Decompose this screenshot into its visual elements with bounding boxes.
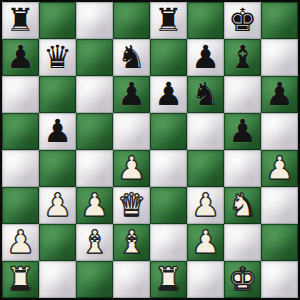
- square-h4[interactable]: ♟: [261, 150, 298, 187]
- piece-black-pawn[interactable]: ♟: [154, 76, 183, 113]
- square-a4[interactable]: [2, 150, 39, 187]
- piece-black-pawn[interactable]: ♟: [6, 39, 35, 76]
- square-g2[interactable]: [224, 224, 261, 261]
- square-b2[interactable]: [39, 224, 76, 261]
- square-g5[interactable]: ♟: [224, 113, 261, 150]
- square-f3[interactable]: ♟: [187, 187, 224, 224]
- square-c6[interactable]: [76, 76, 113, 113]
- piece-black-pawn[interactable]: ♟: [43, 113, 72, 150]
- square-c4[interactable]: [76, 150, 113, 187]
- piece-white-bishop[interactable]: ♝: [117, 224, 146, 261]
- piece-black-rook[interactable]: ♜: [6, 2, 35, 39]
- board-frame: ♜♜♚♟♛♞♟♝♟♟♞♟♟♟♟♟♟♟♛♟♞♟♝♝♟♜♜♚: [0, 0, 300, 300]
- square-g3[interactable]: ♞: [224, 187, 261, 224]
- square-f5[interactable]: [187, 113, 224, 150]
- square-c1[interactable]: [76, 261, 113, 298]
- square-c2[interactable]: ♝: [76, 224, 113, 261]
- square-f8[interactable]: [187, 2, 224, 39]
- square-g6[interactable]: [224, 76, 261, 113]
- square-g4[interactable]: [224, 150, 261, 187]
- piece-white-pawn[interactable]: ♟: [117, 150, 146, 187]
- square-b1[interactable]: [39, 261, 76, 298]
- square-c5[interactable]: [76, 113, 113, 150]
- square-d6[interactable]: ♟: [113, 76, 150, 113]
- square-b8[interactable]: [39, 2, 76, 39]
- piece-white-bishop[interactable]: ♝: [80, 224, 109, 261]
- square-d2[interactable]: ♝: [113, 224, 150, 261]
- piece-white-queen[interactable]: ♛: [117, 187, 146, 224]
- square-a7[interactable]: ♟: [2, 39, 39, 76]
- square-e7[interactable]: [150, 39, 187, 76]
- square-c8[interactable]: [76, 2, 113, 39]
- square-e8[interactable]: ♜: [150, 2, 187, 39]
- square-h8[interactable]: [261, 2, 298, 39]
- square-c3[interactable]: ♟: [76, 187, 113, 224]
- square-e1[interactable]: ♜: [150, 261, 187, 298]
- piece-white-king[interactable]: ♚: [228, 261, 257, 298]
- piece-white-pawn[interactable]: ♟: [80, 187, 109, 224]
- piece-white-rook[interactable]: ♜: [6, 261, 35, 298]
- square-b5[interactable]: ♟: [39, 113, 76, 150]
- square-e4[interactable]: [150, 150, 187, 187]
- square-f1[interactable]: [187, 261, 224, 298]
- piece-black-bishop[interactable]: ♝: [228, 39, 257, 76]
- piece-black-pawn[interactable]: ♟: [228, 113, 257, 150]
- square-e5[interactable]: [150, 113, 187, 150]
- chess-board: ♜♜♚♟♛♞♟♝♟♟♞♟♟♟♟♟♟♟♛♟♞♟♝♝♟♜♜♚: [2, 2, 298, 298]
- piece-black-king[interactable]: ♚: [228, 2, 257, 39]
- square-d5[interactable]: [113, 113, 150, 150]
- piece-white-knight[interactable]: ♞: [228, 187, 257, 224]
- square-a3[interactable]: [2, 187, 39, 224]
- square-b3[interactable]: ♟: [39, 187, 76, 224]
- square-d1[interactable]: [113, 261, 150, 298]
- square-g8[interactable]: ♚: [224, 2, 261, 39]
- square-a6[interactable]: [2, 76, 39, 113]
- square-e6[interactable]: ♟: [150, 76, 187, 113]
- square-b7[interactable]: ♛: [39, 39, 76, 76]
- square-d8[interactable]: [113, 2, 150, 39]
- piece-black-knight[interactable]: ♞: [191, 76, 220, 113]
- square-c7[interactable]: [76, 39, 113, 76]
- piece-black-queen[interactable]: ♛: [43, 39, 72, 76]
- square-f2[interactable]: ♟: [187, 224, 224, 261]
- square-f4[interactable]: [187, 150, 224, 187]
- square-g1[interactable]: ♚: [224, 261, 261, 298]
- piece-black-pawn[interactable]: ♟: [191, 39, 220, 76]
- square-a8[interactable]: ♜: [2, 2, 39, 39]
- square-h7[interactable]: [261, 39, 298, 76]
- piece-white-pawn[interactable]: ♟: [191, 224, 220, 261]
- square-d7[interactable]: ♞: [113, 39, 150, 76]
- square-e3[interactable]: [150, 187, 187, 224]
- square-f7[interactable]: ♟: [187, 39, 224, 76]
- piece-white-pawn[interactable]: ♟: [191, 187, 220, 224]
- piece-black-pawn[interactable]: ♟: [117, 76, 146, 113]
- square-a5[interactable]: [2, 113, 39, 150]
- square-h2[interactable]: [261, 224, 298, 261]
- piece-white-pawn[interactable]: ♟: [265, 150, 294, 187]
- square-h6[interactable]: ♟: [261, 76, 298, 113]
- square-a2[interactable]: ♟: [2, 224, 39, 261]
- piece-black-pawn[interactable]: ♟: [265, 76, 294, 113]
- piece-white-pawn[interactable]: ♟: [6, 224, 35, 261]
- piece-white-pawn[interactable]: ♟: [43, 187, 72, 224]
- piece-black-rook[interactable]: ♜: [154, 2, 183, 39]
- square-d4[interactable]: ♟: [113, 150, 150, 187]
- square-a1[interactable]: ♜: [2, 261, 39, 298]
- square-h3[interactable]: [261, 187, 298, 224]
- square-e2[interactable]: [150, 224, 187, 261]
- piece-black-knight[interactable]: ♞: [117, 39, 146, 76]
- square-g7[interactable]: ♝: [224, 39, 261, 76]
- square-h5[interactable]: [261, 113, 298, 150]
- piece-white-rook[interactable]: ♜: [154, 261, 183, 298]
- square-b6[interactable]: [39, 76, 76, 113]
- square-d3[interactable]: ♛: [113, 187, 150, 224]
- square-h1[interactable]: [261, 261, 298, 298]
- square-b4[interactable]: [39, 150, 76, 187]
- square-f6[interactable]: ♞: [187, 76, 224, 113]
